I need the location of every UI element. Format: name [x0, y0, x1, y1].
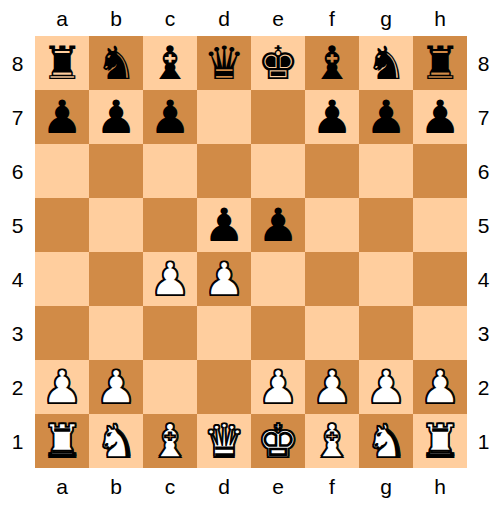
square-a8[interactable]: ♜ — [35, 36, 89, 90]
square-b3[interactable] — [89, 306, 143, 360]
rank-label: 7 — [467, 90, 500, 144]
square-c2[interactable] — [143, 360, 197, 414]
piece-white-bishop[interactable]: ♝ — [311, 414, 352, 468]
rank-label: 3 — [467, 306, 500, 360]
rank-label: 1 — [467, 414, 500, 468]
piece-black-bishop[interactable]: ♝ — [149, 36, 190, 90]
file-label: f — [305, 0, 359, 36]
square-f1[interactable]: ♝ — [305, 414, 359, 468]
file-label: e — [251, 0, 305, 36]
square-b7[interactable]: ♟ — [89, 90, 143, 144]
rank-label: 1 — [0, 414, 35, 468]
square-e1[interactable]: ♚ — [251, 414, 305, 468]
file-label: g — [359, 0, 413, 36]
rank-label: 7 — [0, 90, 35, 144]
square-b2[interactable]: ♟ — [89, 360, 143, 414]
square-a6[interactable] — [35, 144, 89, 198]
rank-label: 4 — [0, 252, 35, 306]
square-c4[interactable]: ♟ — [143, 252, 197, 306]
piece-white-pawn[interactable]: ♟ — [365, 360, 406, 414]
rank-label: 3 — [0, 306, 35, 360]
file-label: e — [251, 468, 305, 505]
piece-black-knight[interactable]: ♞ — [95, 36, 136, 90]
piece-white-rook[interactable]: ♜ — [41, 414, 82, 468]
piece-white-pawn[interactable]: ♟ — [95, 360, 136, 414]
rank-label: 5 — [467, 198, 500, 252]
piece-white-rook[interactable]: ♜ — [419, 414, 460, 468]
square-d8[interactable]: ♛ — [197, 36, 251, 90]
square-b4[interactable] — [89, 252, 143, 306]
square-g2[interactable]: ♟ — [359, 360, 413, 414]
piece-white-queen[interactable]: ♛ — [203, 414, 244, 468]
file-label: h — [413, 0, 467, 36]
piece-white-bishop[interactable]: ♝ — [149, 414, 190, 468]
square-d2[interactable] — [197, 360, 251, 414]
piece-black-rook[interactable]: ♜ — [41, 36, 82, 90]
square-f5[interactable] — [305, 198, 359, 252]
square-c5[interactable] — [143, 198, 197, 252]
square-c8[interactable]: ♝ — [143, 36, 197, 90]
piece-black-rook[interactable]: ♜ — [419, 36, 460, 90]
piece-black-queen[interactable]: ♛ — [203, 36, 244, 90]
square-g6[interactable] — [359, 144, 413, 198]
file-label: c — [143, 0, 197, 36]
piece-black-knight[interactable]: ♞ — [365, 36, 406, 90]
piece-black-pawn[interactable]: ♟ — [149, 90, 190, 144]
piece-black-pawn[interactable]: ♟ — [365, 90, 406, 144]
file-label: a — [35, 468, 89, 505]
piece-white-king[interactable]: ♚ — [257, 414, 298, 468]
file-label: d — [197, 468, 251, 505]
square-d6[interactable] — [197, 144, 251, 198]
square-c1[interactable]: ♝ — [143, 414, 197, 468]
file-label: b — [89, 0, 143, 36]
square-a2[interactable]: ♟ — [35, 360, 89, 414]
piece-white-knight[interactable]: ♞ — [95, 414, 136, 468]
rank-label: 4 — [467, 252, 500, 306]
piece-black-pawn[interactable]: ♟ — [311, 90, 352, 144]
square-h3[interactable] — [413, 306, 467, 360]
square-e2[interactable]: ♟ — [251, 360, 305, 414]
file-label: f — [305, 468, 359, 505]
square-f4[interactable] — [305, 252, 359, 306]
rank-label: 5 — [0, 198, 35, 252]
square-e3[interactable] — [251, 306, 305, 360]
square-b6[interactable] — [89, 144, 143, 198]
square-f8[interactable]: ♝ — [305, 36, 359, 90]
file-label: h — [413, 468, 467, 505]
piece-black-bishop[interactable]: ♝ — [311, 36, 352, 90]
square-d3[interactable] — [197, 306, 251, 360]
square-d4[interactable]: ♟ — [197, 252, 251, 306]
square-g4[interactable] — [359, 252, 413, 306]
square-e7[interactable] — [251, 90, 305, 144]
square-d7[interactable] — [197, 90, 251, 144]
square-a5[interactable] — [35, 198, 89, 252]
piece-black-pawn[interactable]: ♟ — [419, 90, 460, 144]
file-labels-bottom: abcdefgh — [35, 468, 467, 505]
square-h6[interactable] — [413, 144, 467, 198]
piece-white-pawn[interactable]: ♟ — [419, 360, 460, 414]
file-label: g — [359, 468, 413, 505]
square-b1[interactable]: ♞ — [89, 414, 143, 468]
square-b8[interactable]: ♞ — [89, 36, 143, 90]
file-label: a — [35, 0, 89, 36]
piece-white-pawn[interactable]: ♟ — [41, 360, 82, 414]
file-label: c — [143, 468, 197, 505]
square-a1[interactable]: ♜ — [35, 414, 89, 468]
square-c3[interactable] — [143, 306, 197, 360]
square-g3[interactable] — [359, 306, 413, 360]
square-h1[interactable]: ♜ — [413, 414, 467, 468]
file-labels-top: abcdefgh — [35, 0, 467, 36]
square-a7[interactable]: ♟ — [35, 90, 89, 144]
file-label: d — [197, 0, 251, 36]
square-d1[interactable]: ♛ — [197, 414, 251, 468]
square-b5[interactable] — [89, 198, 143, 252]
square-f3[interactable] — [305, 306, 359, 360]
piece-black-pawn[interactable]: ♟ — [257, 198, 298, 252]
square-e8[interactable]: ♚ — [251, 36, 305, 90]
square-h8[interactable]: ♜ — [413, 36, 467, 90]
rank-label: 8 — [467, 36, 500, 90]
piece-black-pawn[interactable]: ♟ — [203, 198, 244, 252]
square-f6[interactable] — [305, 144, 359, 198]
square-h4[interactable] — [413, 252, 467, 306]
piece-white-pawn[interactable]: ♟ — [203, 252, 244, 306]
square-d5[interactable]: ♟ — [197, 198, 251, 252]
square-f7[interactable]: ♟ — [305, 90, 359, 144]
piece-white-pawn[interactable]: ♟ — [149, 252, 190, 306]
rank-label: 2 — [0, 360, 35, 414]
file-label: b — [89, 468, 143, 505]
piece-white-pawn[interactable]: ♟ — [257, 360, 298, 414]
square-c7[interactable]: ♟ — [143, 90, 197, 144]
square-h5[interactable] — [413, 198, 467, 252]
rank-labels-left: 87654321 — [0, 36, 35, 468]
square-g5[interactable] — [359, 198, 413, 252]
rank-label: 8 — [0, 36, 35, 90]
piece-black-king[interactable]: ♚ — [257, 36, 298, 90]
square-g7[interactable]: ♟ — [359, 90, 413, 144]
chess-diagram: abcdefgh 87654321 ♜♞♝♛♚♝♞♜♟♟♟♟♟♟♟♟♟♟♟♟♟♟… — [0, 0, 500, 505]
square-a3[interactable] — [35, 306, 89, 360]
piece-white-pawn[interactable]: ♟ — [311, 360, 352, 414]
chess-board: ♜♞♝♛♚♝♞♜♟♟♟♟♟♟♟♟♟♟♟♟♟♟♟♟♜♞♝♛♚♝♞♜ — [35, 36, 467, 468]
square-g1[interactable]: ♞ — [359, 414, 413, 468]
square-e6[interactable] — [251, 144, 305, 198]
square-f2[interactable]: ♟ — [305, 360, 359, 414]
square-a4[interactable] — [35, 252, 89, 306]
rank-label: 2 — [467, 360, 500, 414]
square-h2[interactable]: ♟ — [413, 360, 467, 414]
square-c6[interactable] — [143, 144, 197, 198]
piece-black-pawn[interactable]: ♟ — [95, 90, 136, 144]
rank-label: 6 — [0, 144, 35, 198]
square-g8[interactable]: ♞ — [359, 36, 413, 90]
piece-black-pawn[interactable]: ♟ — [41, 90, 82, 144]
rank-label: 6 — [467, 144, 500, 198]
rank-labels-right: 87654321 — [467, 36, 500, 468]
piece-white-knight[interactable]: ♞ — [365, 414, 406, 468]
square-h7[interactable]: ♟ — [413, 90, 467, 144]
square-e4[interactable] — [251, 252, 305, 306]
square-e5[interactable]: ♟ — [251, 198, 305, 252]
